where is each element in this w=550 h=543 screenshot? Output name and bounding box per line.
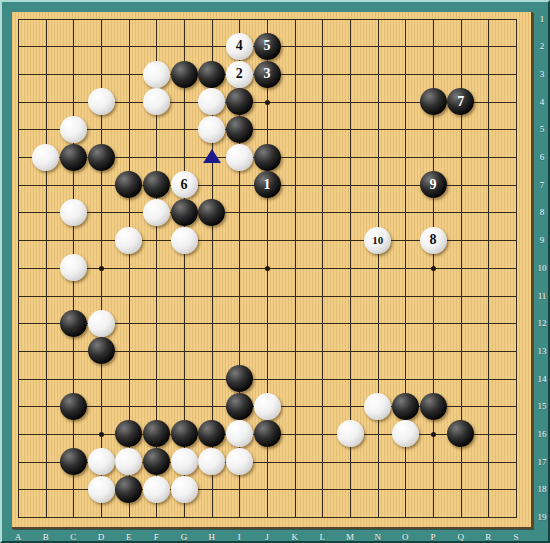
stone-white	[60, 116, 87, 143]
grid-line-horizontal	[18, 517, 517, 518]
row-label: 8	[540, 208, 545, 217]
stone-white	[171, 476, 198, 503]
stone-black	[143, 420, 170, 447]
stone-white	[60, 254, 87, 281]
stone-white	[88, 88, 115, 115]
stone-white	[198, 88, 225, 115]
stone-white	[115, 448, 142, 475]
stone-black	[115, 420, 142, 447]
stone-black	[115, 171, 142, 198]
row-label: 6	[540, 153, 545, 162]
star-point	[99, 432, 104, 437]
column-label: J	[265, 533, 269, 542]
column-label: B	[43, 533, 49, 542]
column-label: O	[402, 533, 409, 542]
stone-white: 4	[226, 33, 253, 60]
column-label: N	[374, 533, 381, 542]
stone-white	[60, 199, 87, 226]
stone-white: 6	[171, 171, 198, 198]
stone-white	[171, 227, 198, 254]
column-label: R	[485, 533, 491, 542]
stone-black	[88, 337, 115, 364]
stone-black	[226, 116, 253, 143]
row-label: 7	[540, 180, 545, 189]
stone-white	[198, 448, 225, 475]
stone-white: 2	[226, 61, 253, 88]
move-number: 3	[264, 67, 271, 81]
row-label: 12	[538, 319, 547, 328]
grid-line-horizontal	[18, 296, 517, 297]
stone-white	[143, 199, 170, 226]
row-label: 4	[540, 97, 545, 106]
column-label: A	[15, 533, 22, 542]
row-label: 16	[538, 429, 547, 438]
stone-white	[88, 310, 115, 337]
row-label: 1	[540, 14, 545, 23]
go-app-window: 45237619108 ABCDEFGHIJKLMNOPQRS 12345678…	[0, 0, 550, 543]
grid-line-vertical	[295, 19, 296, 518]
stone-black	[226, 393, 253, 420]
move-number: 1	[264, 178, 271, 192]
column-label: C	[70, 533, 76, 542]
stone-black	[198, 420, 225, 447]
move-number: 4	[236, 39, 243, 53]
grid-line-horizontal	[18, 379, 517, 380]
stone-black	[171, 61, 198, 88]
row-label: 2	[540, 42, 545, 51]
stone-black: 1	[254, 171, 281, 198]
column-label: H	[208, 533, 215, 542]
stone-black	[447, 420, 474, 447]
stone-black	[254, 420, 281, 447]
star-point	[99, 266, 104, 271]
stone-black: 7	[447, 88, 474, 115]
row-label: 15	[538, 402, 547, 411]
stone-black	[254, 144, 281, 171]
row-label: 13	[538, 346, 547, 355]
stone-white	[198, 116, 225, 143]
row-label: 11	[538, 291, 547, 300]
column-label: M	[346, 533, 354, 542]
stone-white	[171, 448, 198, 475]
column-label: L	[320, 533, 326, 542]
grid-line-vertical	[516, 19, 517, 518]
stone-black	[171, 199, 198, 226]
column-label: P	[430, 533, 435, 542]
stone-black: 5	[254, 33, 281, 60]
grid-line-vertical	[488, 19, 489, 518]
stone-black	[115, 476, 142, 503]
stone-black	[60, 448, 87, 475]
grid-line-vertical	[322, 19, 323, 518]
column-label: Q	[457, 533, 464, 542]
stone-white	[254, 393, 281, 420]
stone-black	[60, 393, 87, 420]
move-number: 7	[457, 95, 464, 109]
row-label: 19	[538, 513, 547, 522]
star-point	[265, 266, 270, 271]
stone-black	[60, 144, 87, 171]
column-label: G	[181, 533, 188, 542]
stone-white	[226, 144, 253, 171]
row-label: 18	[538, 485, 547, 494]
stone-black	[226, 365, 253, 392]
move-number: 6	[181, 178, 188, 192]
stone-black	[198, 199, 225, 226]
column-label: E	[126, 533, 132, 542]
star-point	[265, 100, 270, 105]
stone-black	[226, 88, 253, 115]
stone-white	[143, 88, 170, 115]
move-number: 5	[264, 39, 271, 53]
stone-white	[115, 227, 142, 254]
stone-black: 9	[420, 171, 447, 198]
move-number: 10	[372, 235, 383, 246]
move-number: 9	[430, 178, 437, 192]
stone-black	[420, 88, 447, 115]
stone-white: 10	[364, 227, 391, 254]
stone-black	[88, 144, 115, 171]
column-label: S	[513, 533, 518, 542]
stone-black: 3	[254, 61, 281, 88]
stone-white	[143, 476, 170, 503]
column-label: F	[154, 533, 159, 542]
column-label: K	[291, 533, 298, 542]
stone-white	[226, 448, 253, 475]
stone-white	[392, 420, 419, 447]
stone-black	[392, 393, 419, 420]
move-number: 2	[236, 67, 243, 81]
grid-line-vertical	[378, 19, 379, 518]
star-point	[431, 432, 436, 437]
row-label: 17	[538, 457, 547, 466]
triangle-marker-icon	[203, 149, 221, 163]
star-point	[431, 266, 436, 271]
stone-white	[88, 448, 115, 475]
column-label: I	[238, 533, 241, 542]
stone-white	[364, 393, 391, 420]
stone-white	[143, 61, 170, 88]
go-board[interactable]: 45237619108	[12, 12, 533, 529]
stone-white: 8	[420, 227, 447, 254]
row-label: 5	[540, 125, 545, 134]
stone-black	[198, 61, 225, 88]
stone-black	[143, 448, 170, 475]
stone-black	[143, 171, 170, 198]
stone-black	[60, 310, 87, 337]
stone-white	[32, 144, 59, 171]
stone-white	[226, 420, 253, 447]
stone-black	[420, 393, 447, 420]
stone-white	[337, 420, 364, 447]
row-label: 10	[538, 263, 547, 272]
stone-white	[88, 476, 115, 503]
move-number: 8	[430, 233, 437, 247]
row-label: 3	[540, 70, 545, 79]
row-label: 14	[538, 374, 547, 383]
column-label: D	[98, 533, 105, 542]
row-label: 9	[540, 236, 545, 245]
stone-black	[171, 420, 198, 447]
